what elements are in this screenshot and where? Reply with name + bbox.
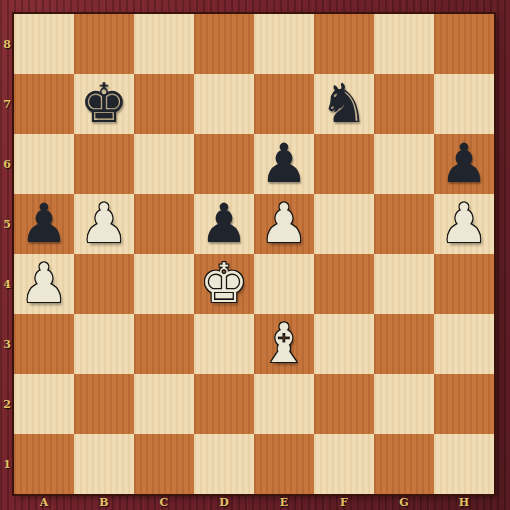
rank-label-7: 7 xyxy=(0,74,14,134)
rank-label-1: 1 xyxy=(0,434,14,494)
square-g6[interactable] xyxy=(374,134,434,194)
square-c7[interactable] xyxy=(134,74,194,134)
black-knight: ♞ xyxy=(320,74,368,134)
rank-label-3: 3 xyxy=(0,314,14,374)
square-d2[interactable] xyxy=(194,374,254,434)
square-e5[interactable]: ♟ xyxy=(254,194,314,254)
square-c1[interactable] xyxy=(134,434,194,494)
square-a5[interactable]: ♟ xyxy=(14,194,74,254)
square-h2[interactable] xyxy=(434,374,494,434)
square-c6[interactable] xyxy=(134,134,194,194)
white-bishop: ♝ xyxy=(260,314,308,374)
square-g8[interactable] xyxy=(374,14,434,74)
square-g7[interactable] xyxy=(374,74,434,134)
square-a7[interactable] xyxy=(14,74,74,134)
file-label-e: E xyxy=(254,494,314,510)
white-pawn: ♟ xyxy=(440,194,488,254)
square-d8[interactable] xyxy=(194,14,254,74)
rank-label-2: 2 xyxy=(0,374,14,434)
board-frame: ♚♞♟♟♟♟♟♟♟♟♚♝ 87654321 ABCDEFGH xyxy=(0,0,510,510)
square-c2[interactable] xyxy=(134,374,194,434)
square-e1[interactable] xyxy=(254,434,314,494)
square-a8[interactable] xyxy=(14,14,74,74)
black-pawn: ♟ xyxy=(440,134,488,194)
square-b7[interactable]: ♚ xyxy=(74,74,134,134)
square-b1[interactable] xyxy=(74,434,134,494)
white-pawn: ♟ xyxy=(20,254,68,314)
square-f3[interactable] xyxy=(314,314,374,374)
square-f6[interactable] xyxy=(314,134,374,194)
rank-label-5: 5 xyxy=(0,194,14,254)
square-h5[interactable]: ♟ xyxy=(434,194,494,254)
square-h1[interactable] xyxy=(434,434,494,494)
square-f4[interactable] xyxy=(314,254,374,314)
square-g3[interactable] xyxy=(374,314,434,374)
square-d6[interactable] xyxy=(194,134,254,194)
file-label-c: C xyxy=(134,494,194,510)
square-f2[interactable] xyxy=(314,374,374,434)
white-king: ♚ xyxy=(200,254,248,314)
square-h8[interactable] xyxy=(434,14,494,74)
square-a2[interactable] xyxy=(14,374,74,434)
square-c3[interactable] xyxy=(134,314,194,374)
square-e7[interactable] xyxy=(254,74,314,134)
square-h7[interactable] xyxy=(434,74,494,134)
white-pawn: ♟ xyxy=(260,194,308,254)
square-e6[interactable]: ♟ xyxy=(254,134,314,194)
black-pawn: ♟ xyxy=(260,134,308,194)
square-a4[interactable]: ♟ xyxy=(14,254,74,314)
square-b3[interactable] xyxy=(74,314,134,374)
square-h6[interactable]: ♟ xyxy=(434,134,494,194)
chess-board: ♚♞♟♟♟♟♟♟♟♟♚♝ xyxy=(14,14,494,494)
square-g5[interactable] xyxy=(374,194,434,254)
square-d5[interactable]: ♟ xyxy=(194,194,254,254)
square-a3[interactable] xyxy=(14,314,74,374)
square-c8[interactable] xyxy=(134,14,194,74)
square-f1[interactable] xyxy=(314,434,374,494)
square-e3[interactable]: ♝ xyxy=(254,314,314,374)
square-b6[interactable] xyxy=(74,134,134,194)
square-f7[interactable]: ♞ xyxy=(314,74,374,134)
square-c5[interactable] xyxy=(134,194,194,254)
square-d7[interactable] xyxy=(194,74,254,134)
square-b2[interactable] xyxy=(74,374,134,434)
square-e4[interactable] xyxy=(254,254,314,314)
square-b5[interactable]: ♟ xyxy=(74,194,134,254)
square-d3[interactable] xyxy=(194,314,254,374)
square-f8[interactable] xyxy=(314,14,374,74)
square-b8[interactable] xyxy=(74,14,134,74)
square-d1[interactable] xyxy=(194,434,254,494)
square-h4[interactable] xyxy=(434,254,494,314)
file-label-a: A xyxy=(14,494,74,510)
black-king: ♚ xyxy=(80,74,128,134)
square-c4[interactable] xyxy=(134,254,194,314)
file-label-h: H xyxy=(434,494,494,510)
square-g4[interactable] xyxy=(374,254,434,314)
square-d4[interactable]: ♚ xyxy=(194,254,254,314)
square-h3[interactable] xyxy=(434,314,494,374)
square-e2[interactable] xyxy=(254,374,314,434)
black-pawn: ♟ xyxy=(20,194,68,254)
rank-label-8: 8 xyxy=(0,14,14,74)
square-a1[interactable] xyxy=(14,434,74,494)
square-a6[interactable] xyxy=(14,134,74,194)
rank-label-4: 4 xyxy=(0,254,14,314)
square-g2[interactable] xyxy=(374,374,434,434)
black-pawn: ♟ xyxy=(200,194,248,254)
file-label-g: G xyxy=(374,494,434,510)
square-e8[interactable] xyxy=(254,14,314,74)
white-pawn: ♟ xyxy=(80,194,128,254)
square-g1[interactable] xyxy=(374,434,434,494)
square-b4[interactable] xyxy=(74,254,134,314)
square-f5[interactable] xyxy=(314,194,374,254)
file-label-b: B xyxy=(74,494,134,510)
rank-label-6: 6 xyxy=(0,134,14,194)
file-label-f: F xyxy=(314,494,374,510)
file-label-d: D xyxy=(194,494,254,510)
